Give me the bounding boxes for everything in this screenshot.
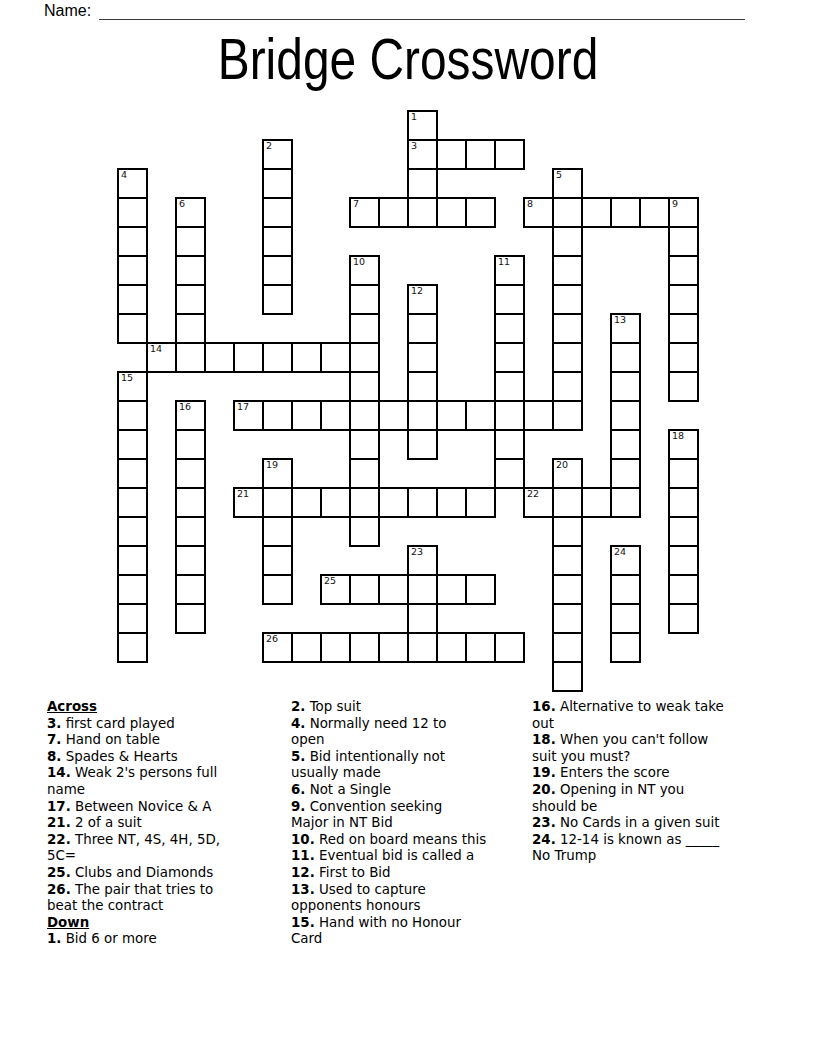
grid-cell[interactable] [175, 458, 206, 489]
cell-number: 23 [411, 547, 423, 557]
grid-cell[interactable] [552, 400, 583, 431]
cell-number: 20 [556, 460, 568, 470]
grid-cell[interactable] [407, 429, 438, 460]
grid-cell[interactable] [610, 371, 641, 402]
grid-cell[interactable] [378, 574, 409, 605]
grid-cell[interactable] [465, 400, 496, 431]
clue-item: 6. Not a Single [291, 782, 529, 799]
cell-number: 21 [237, 489, 249, 499]
grid-cell[interactable] [262, 255, 293, 286]
grid-cell[interactable] [668, 342, 699, 373]
grid-cell[interactable] [117, 574, 148, 605]
grid-cell[interactable] [175, 516, 206, 547]
grid-cell[interactable] [668, 516, 699, 547]
grid-cell[interactable] [494, 284, 525, 315]
grid-cell[interactable] [436, 197, 467, 228]
grid-cell[interactable] [610, 632, 641, 663]
grid-cell[interactable] [175, 487, 206, 518]
crossword-grid: 1234567891011121314151617181920212223242… [117, 110, 699, 692]
grid-cell[interactable] [552, 487, 583, 518]
cell-number: 16 [179, 402, 191, 412]
clue-item: 14. Weak 2's persons full name [47, 765, 285, 798]
cell-number: 6 [179, 199, 185, 209]
clue-item: 19. Enters the score [532, 765, 782, 782]
grid-cell[interactable] [378, 632, 409, 663]
grid-cell[interactable] [349, 458, 380, 489]
grid-cell[interactable] [407, 487, 438, 518]
grid-cell[interactable] [175, 255, 206, 286]
grid-cell[interactable] [465, 574, 496, 605]
cell-number: 22 [527, 489, 539, 499]
grid-cell[interactable] [494, 371, 525, 402]
clue-list-header: Across [47, 699, 285, 716]
cell-number: 11 [498, 257, 510, 267]
grid-cell[interactable] [117, 429, 148, 460]
grid-cell[interactable] [320, 487, 351, 518]
grid-cell[interactable] [291, 487, 322, 518]
grid-cell[interactable] [349, 284, 380, 315]
grid-cell[interactable] [494, 458, 525, 489]
grid-cell[interactable] [117, 632, 148, 663]
clue-item: 20. Opening in NT you should be [532, 782, 782, 815]
grid-cell[interactable] [668, 226, 699, 257]
grid-cell[interactable] [552, 255, 583, 286]
grid-cell[interactable] [117, 226, 148, 257]
grid-cell[interactable] [262, 342, 293, 373]
grid-cell[interactable] [436, 400, 467, 431]
grid-cell[interactable] [552, 516, 583, 547]
grid-cell[interactable] [378, 197, 409, 228]
grid-cell[interactable] [262, 516, 293, 547]
clue-item: 1. Bid 6 or more [47, 931, 285, 948]
grid-cell[interactable] [378, 487, 409, 518]
cell-number: 2 [266, 141, 272, 151]
grid-cell[interactable] [262, 574, 293, 605]
grid-cell[interactable] [494, 632, 525, 663]
cell-number: 12 [411, 286, 423, 296]
grid-cell[interactable] [117, 458, 148, 489]
grid-cell[interactable] [465, 632, 496, 663]
grid-cell[interactable] [407, 342, 438, 373]
grid-cell[interactable] [262, 226, 293, 257]
grid-cell[interactable] [552, 313, 583, 344]
grid-cell[interactable] [552, 545, 583, 576]
grid-cell[interactable] [117, 545, 148, 576]
page-title: Bridge Crossword [65, 28, 750, 90]
grid-cell[interactable] [407, 632, 438, 663]
grid-cell[interactable] [552, 284, 583, 315]
cell-number: 14 [150, 344, 162, 354]
grid-cell[interactable] [668, 371, 699, 402]
clue-item: 7. Hand on table [47, 732, 285, 749]
grid-cell[interactable] [175, 545, 206, 576]
grid-cell[interactable] [494, 342, 525, 373]
grid-cell[interactable] [378, 400, 409, 431]
clue-item: 22. Three NT, 4S, 4H, 5D, 5C= [47, 832, 285, 865]
grid-cell[interactable] [117, 284, 148, 315]
grid-cell[interactable] [552, 574, 583, 605]
grid-cell[interactable] [349, 371, 380, 402]
grid-cell[interactable] [262, 400, 293, 431]
clue-item: 10. Red on board means this [291, 832, 529, 849]
grid-cell[interactable] [291, 400, 322, 431]
grid-cell[interactable] [668, 487, 699, 518]
grid-cell[interactable] [494, 139, 525, 170]
clue-item: 8. Spades & Hearts [47, 749, 285, 766]
grid-cell[interactable] [668, 458, 699, 489]
cell-number: 10 [353, 257, 365, 267]
clue-column-3: 16. Alternative to weak take out18. When… [532, 699, 782, 865]
grid-cell[interactable] [407, 400, 438, 431]
grid-cell[interactable] [668, 603, 699, 634]
grid-cell[interactable] [436, 632, 467, 663]
clue-item: 2. Top suit [291, 699, 529, 716]
clue-item: 4. Normally need 12 to open [291, 716, 529, 749]
grid-cell[interactable] [291, 632, 322, 663]
grid-cell[interactable] [610, 458, 641, 489]
grid-cell[interactable] [552, 371, 583, 402]
grid-cell[interactable] [610, 197, 641, 228]
grid-cell[interactable] [552, 342, 583, 373]
grid-cell[interactable] [349, 516, 380, 547]
grid-cell[interactable] [610, 429, 641, 460]
grid-cell[interactable] [175, 342, 206, 373]
cell-number: 25 [324, 576, 336, 586]
clue-item: 17. Between Novice & A [47, 799, 285, 816]
clue-item: 9. Convention seeking Major in NT Bid [291, 799, 529, 832]
grid-cell[interactable] [407, 603, 438, 634]
grid-cell[interactable] [552, 661, 583, 692]
clue-item: 3. first card played [47, 716, 285, 733]
grid-cell[interactable] [175, 313, 206, 344]
cell-number: 26 [266, 634, 278, 644]
grid-cell[interactable] [117, 400, 148, 431]
grid-cell[interactable] [320, 400, 351, 431]
grid-cell[interactable] [262, 197, 293, 228]
cell-number: 3 [411, 141, 417, 151]
grid-cell[interactable] [175, 226, 206, 257]
grid-cell[interactable] [581, 197, 612, 228]
cell-number: 8 [527, 199, 533, 209]
grid-cell[interactable] [552, 197, 583, 228]
grid-cell[interactable] [175, 574, 206, 605]
cell-number: 18 [672, 431, 684, 441]
grid-cell[interactable] [610, 574, 641, 605]
grid-cell[interactable] [262, 487, 293, 518]
clue-item: 12. First to Bid [291, 865, 529, 882]
grid-cell[interactable] [175, 284, 206, 315]
grid-cell[interactable] [436, 139, 467, 170]
grid-cell[interactable] [349, 487, 380, 518]
grid-cell[interactable] [407, 371, 438, 402]
grid-cell[interactable] [262, 545, 293, 576]
clue-item: 15. Hand with no Honour Card [291, 915, 529, 948]
cell-number: 13 [614, 315, 626, 325]
cell-number: 19 [266, 460, 278, 470]
clue-item: 5. Bid intentionally not usually made [291, 749, 529, 782]
grid-cell[interactable] [552, 226, 583, 257]
grid-cell[interactable] [494, 313, 525, 344]
grid-cell[interactable] [117, 255, 148, 286]
grid-cell[interactable] [552, 603, 583, 634]
name-label: Name: [44, 2, 91, 20]
clue-column-2: 2. Top suit4. Normally need 12 to open5.… [291, 699, 529, 948]
cell-number: 1 [411, 112, 417, 122]
clue-item: 25. Clubs and Diamonds [47, 865, 285, 882]
clue-column-1: Across3. first card played7. Hand on tab… [47, 699, 285, 948]
grid-cell[interactable] [204, 342, 235, 373]
grid-cell[interactable] [523, 400, 554, 431]
clue-item: 13. Used to capture opponents honours [291, 882, 529, 915]
grid-cell[interactable] [320, 632, 351, 663]
grid-cell[interactable] [117, 516, 148, 547]
grid-cell[interactable] [291, 342, 322, 373]
clue-item: 18. When you can't follow suit you must? [532, 732, 782, 765]
grid-cell[interactable] [668, 284, 699, 315]
clue-item: 21. 2 of a suit [47, 815, 285, 832]
grid-cell[interactable] [465, 197, 496, 228]
grid-cell[interactable] [494, 400, 525, 431]
grid-cell[interactable] [610, 487, 641, 518]
grid-cell[interactable] [668, 313, 699, 344]
grid-cell[interactable] [349, 400, 380, 431]
cell-number: 24 [614, 547, 626, 557]
grid-cell[interactable] [117, 603, 148, 634]
grid-cell[interactable] [349, 342, 380, 373]
grid-cell[interactable] [349, 574, 380, 605]
grid-cell[interactable] [117, 313, 148, 344]
grid-cell[interactable] [581, 487, 612, 518]
grid-cell[interactable] [436, 487, 467, 518]
grid-cell[interactable] [117, 487, 148, 518]
grid-cell[interactable] [668, 574, 699, 605]
clue-item: 16. Alternative to weak take out [532, 699, 782, 732]
grid-cell[interactable] [610, 400, 641, 431]
grid-cell[interactable] [668, 255, 699, 286]
grid-cell[interactable] [668, 545, 699, 576]
cell-number: 4 [121, 170, 127, 180]
cell-number: 17 [237, 402, 249, 412]
clue-item: 24. 12-14 is known as _____ No Trump [532, 832, 782, 865]
name-blank-line[interactable] [99, 1, 745, 20]
grid-cell[interactable] [465, 139, 496, 170]
grid-cell[interactable] [117, 197, 148, 228]
grid-cell[interactable] [175, 603, 206, 634]
grid-cell[interactable] [436, 574, 467, 605]
clue-list-header: Down [47, 915, 285, 932]
clue-item: 23. No Cards in a given suit [532, 815, 782, 832]
clue-item: 26. The pair that tries to beat the cont… [47, 882, 285, 915]
grid-cell[interactable] [407, 574, 438, 605]
clue-item: 11. Eventual bid is called a [291, 848, 529, 865]
grid-cell[interactable] [552, 632, 583, 663]
cell-number: 9 [672, 199, 678, 209]
grid-cell[interactable] [407, 197, 438, 228]
grid-cell[interactable] [610, 603, 641, 634]
grid-cell[interactable] [465, 487, 496, 518]
grid-cell[interactable] [639, 197, 670, 228]
cell-number: 7 [353, 199, 359, 209]
grid-cell[interactable] [233, 342, 264, 373]
grid-cell[interactable] [175, 429, 206, 460]
grid-cell[interactable] [349, 429, 380, 460]
grid-cell[interactable] [349, 313, 380, 344]
cell-number: 5 [556, 170, 562, 180]
grid-cell[interactable] [610, 342, 641, 373]
grid-cell[interactable] [262, 284, 293, 315]
grid-cell[interactable] [349, 632, 380, 663]
grid-cell[interactable] [407, 168, 438, 199]
cell-number: 15 [121, 373, 133, 383]
grid-cell[interactable] [407, 313, 438, 344]
grid-cell[interactable] [320, 342, 351, 373]
grid-cell[interactable] [262, 168, 293, 199]
grid-cell[interactable] [494, 429, 525, 460]
